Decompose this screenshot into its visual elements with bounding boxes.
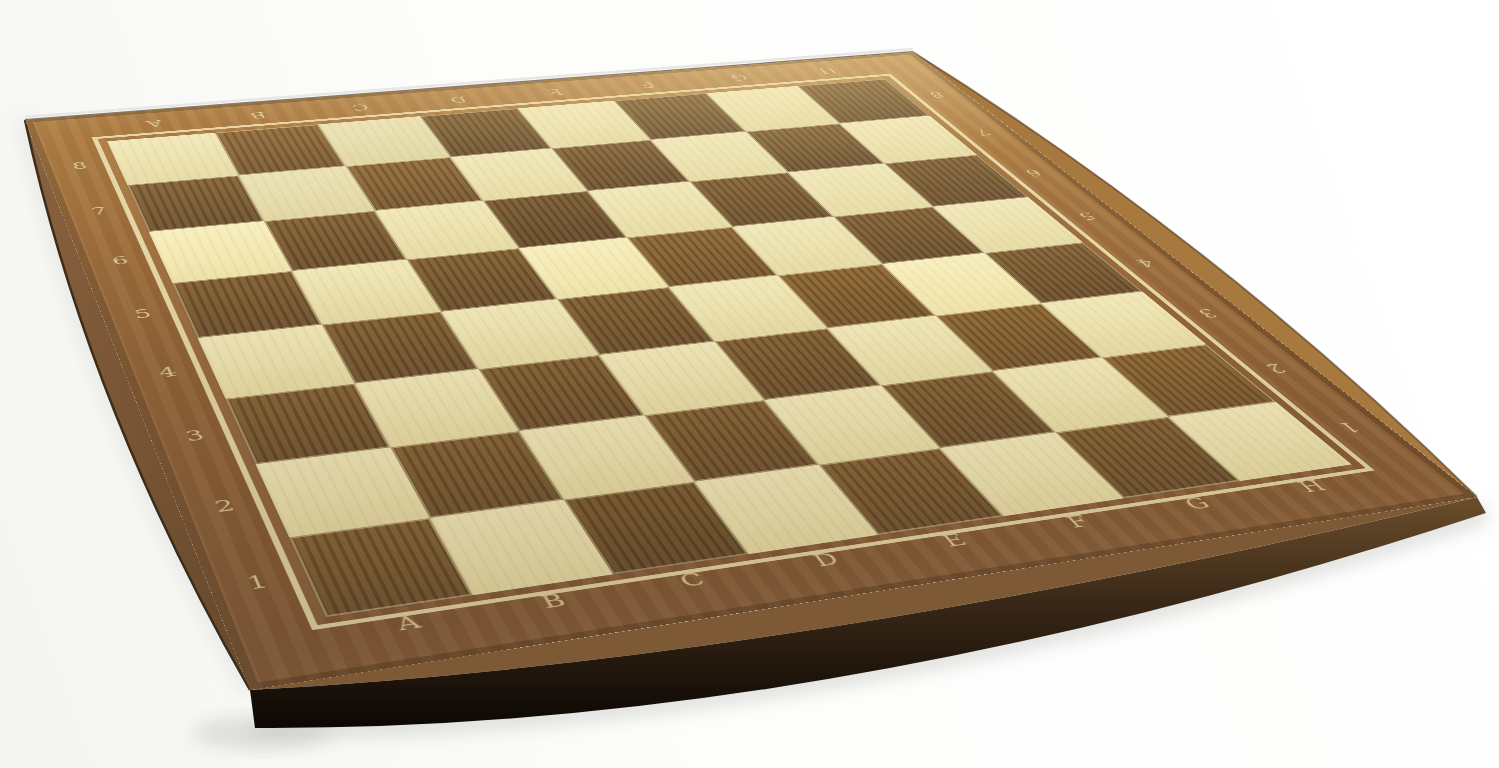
product-photo-background: AABBCCDDEEFFGGHH1122334455667788 (0, 0, 1499, 768)
rank-label-left-1: 1 (244, 573, 270, 592)
file-label-bottom-c: C (676, 571, 709, 590)
rank-label-left-4: 4 (157, 365, 179, 379)
file-label-top-e: E (544, 88, 565, 97)
file-label-top-f: F (638, 80, 658, 88)
rank-label-right-4: 4 (1132, 257, 1157, 268)
file-label-bottom-g: G (1180, 495, 1214, 512)
scene: AABBCCDDEEFFGGHH1122334455667788 (0, 0, 1499, 768)
file-label-top-d: D (447, 95, 469, 104)
file-label-top-a: A (144, 119, 164, 129)
rank-label-right-8: 8 (926, 90, 947, 98)
rank-label-right-1: 1 (1334, 420, 1364, 435)
file-label-bottom-a: A (393, 613, 424, 634)
rank-label-left-2: 2 (212, 497, 237, 514)
file-label-bottom-e: E (938, 532, 970, 550)
rank-label-left-8: 8 (71, 161, 89, 171)
file-label-bottom-h: H (1294, 478, 1330, 495)
rank-label-right-6: 6 (1022, 168, 1045, 178)
file-label-top-h: H (816, 66, 840, 74)
file-label-top-g: G (728, 73, 751, 81)
rank-label-right-2: 2 (1261, 361, 1289, 374)
rank-label-right-5: 5 (1075, 211, 1099, 221)
rank-label-right-7: 7 (972, 128, 994, 137)
rank-label-right-3: 3 (1194, 307, 1220, 319)
file-label-bottom-f: F (1062, 513, 1094, 530)
rank-label-left-5: 5 (132, 308, 153, 321)
file-label-top-c: C (349, 103, 370, 112)
rank-label-left-7: 7 (90, 206, 109, 217)
file-label-bottom-d: D (809, 551, 843, 570)
rank-label-left-6: 6 (110, 255, 130, 267)
rank-label-left-3: 3 (183, 428, 206, 444)
file-label-top-b: B (248, 110, 268, 119)
file-label-bottom-b: B (538, 591, 570, 611)
